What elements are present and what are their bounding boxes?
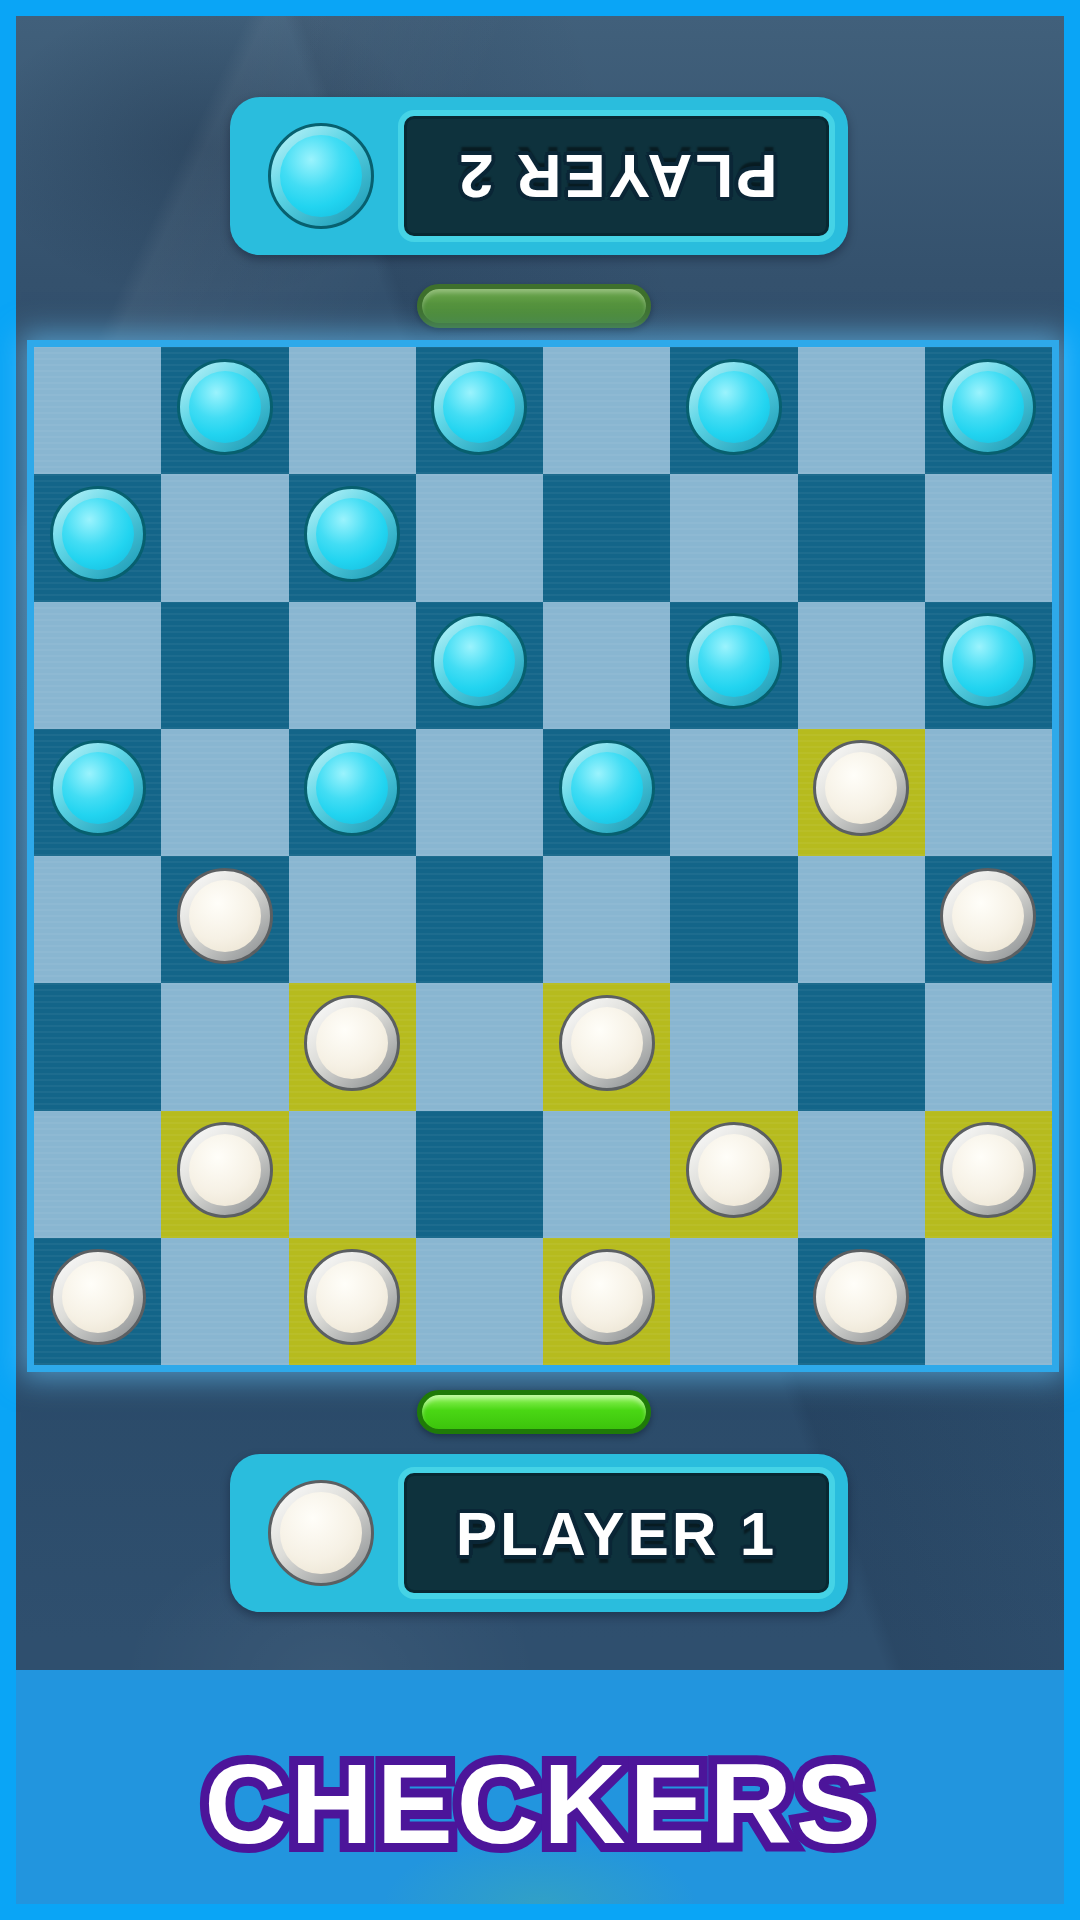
square-r7c2[interactable] bbox=[161, 1111, 288, 1238]
square-r3c1 bbox=[34, 602, 161, 729]
square-r7c5 bbox=[543, 1111, 670, 1238]
white-piece[interactable] bbox=[559, 995, 655, 1091]
square-r8c6 bbox=[670, 1238, 797, 1365]
player1-turn-bar bbox=[417, 1390, 651, 1434]
square-r8c4 bbox=[416, 1238, 543, 1365]
square-r8c2 bbox=[161, 1238, 288, 1365]
white-piece[interactable] bbox=[177, 1122, 273, 1218]
white-piece[interactable] bbox=[940, 868, 1036, 964]
cyan-piece[interactable] bbox=[431, 613, 527, 709]
player2-name-panel: PLAYER 2 bbox=[398, 110, 835, 242]
cyan-checker-icon bbox=[268, 123, 374, 229]
square-r8c8 bbox=[925, 1238, 1052, 1365]
player2-name: PLAYER 2 bbox=[456, 141, 778, 212]
player1-name: PLAYER 1 bbox=[456, 1498, 778, 1569]
square-r4c4 bbox=[416, 729, 543, 856]
square-r5c4[interactable] bbox=[416, 856, 543, 983]
game-title-text: CHECKERS bbox=[16, 1734, 1064, 1874]
square-r1c8[interactable] bbox=[925, 347, 1052, 474]
square-r1c6[interactable] bbox=[670, 347, 797, 474]
square-r3c8[interactable] bbox=[925, 602, 1052, 729]
cyan-piece[interactable] bbox=[177, 359, 273, 455]
square-r6c6 bbox=[670, 983, 797, 1110]
square-r6c5[interactable] bbox=[543, 983, 670, 1110]
square-r4c6 bbox=[670, 729, 797, 856]
square-r5c2[interactable] bbox=[161, 856, 288, 983]
cyan-piece[interactable] bbox=[304, 486, 400, 582]
square-r7c1 bbox=[34, 1111, 161, 1238]
white-checker-icon bbox=[268, 1480, 374, 1586]
square-r6c2 bbox=[161, 983, 288, 1110]
white-piece[interactable] bbox=[813, 740, 909, 836]
square-r6c1[interactable] bbox=[34, 983, 161, 1110]
cyan-piece[interactable] bbox=[940, 359, 1036, 455]
square-r7c8[interactable] bbox=[925, 1111, 1052, 1238]
square-r5c8[interactable] bbox=[925, 856, 1052, 983]
square-r5c1 bbox=[34, 856, 161, 983]
cyan-piece[interactable] bbox=[304, 740, 400, 836]
player1-checker-icon bbox=[268, 1480, 374, 1586]
square-r5c5 bbox=[543, 856, 670, 983]
app-screen: PLAYER 2 PLAYER 1 CHECKERS CHECKERS bbox=[0, 0, 1080, 1920]
square-r6c4 bbox=[416, 983, 543, 1110]
cyan-piece[interactable] bbox=[50, 740, 146, 836]
square-r1c1 bbox=[34, 347, 161, 474]
square-r4c3[interactable] bbox=[289, 729, 416, 856]
square-r7c4[interactable] bbox=[416, 1111, 543, 1238]
square-r3c6[interactable] bbox=[670, 602, 797, 729]
square-r4c8 bbox=[925, 729, 1052, 856]
square-r6c7[interactable] bbox=[798, 983, 925, 1110]
square-r4c2 bbox=[161, 729, 288, 856]
player2-banner: PLAYER 2 bbox=[230, 97, 848, 255]
white-piece[interactable] bbox=[304, 995, 400, 1091]
white-piece[interactable] bbox=[940, 1122, 1036, 1218]
square-r8c5[interactable] bbox=[543, 1238, 670, 1365]
square-r2c8 bbox=[925, 474, 1052, 601]
cyan-piece[interactable] bbox=[686, 359, 782, 455]
player2-turn-bar bbox=[417, 284, 651, 328]
square-r5c6[interactable] bbox=[670, 856, 797, 983]
player1-name-panel: PLAYER 1 bbox=[398, 1467, 835, 1599]
square-r4c7[interactable] bbox=[798, 729, 925, 856]
white-piece[interactable] bbox=[686, 1122, 782, 1218]
white-piece[interactable] bbox=[304, 1249, 400, 1345]
square-r3c5 bbox=[543, 602, 670, 729]
cyan-piece[interactable] bbox=[940, 613, 1036, 709]
square-r2c5[interactable] bbox=[543, 474, 670, 601]
square-r3c4[interactable] bbox=[416, 602, 543, 729]
square-r7c7 bbox=[798, 1111, 925, 1238]
square-r2c1[interactable] bbox=[34, 474, 161, 601]
square-r1c7 bbox=[798, 347, 925, 474]
white-piece[interactable] bbox=[813, 1249, 909, 1345]
player2-checker-icon bbox=[268, 123, 374, 229]
cyan-piece[interactable] bbox=[431, 359, 527, 455]
square-r4c5[interactable] bbox=[543, 729, 670, 856]
square-r5c3 bbox=[289, 856, 416, 983]
cyan-piece[interactable] bbox=[50, 486, 146, 582]
square-r7c3 bbox=[289, 1111, 416, 1238]
square-r1c5 bbox=[543, 347, 670, 474]
square-r3c7 bbox=[798, 602, 925, 729]
cyan-piece[interactable] bbox=[686, 613, 782, 709]
square-r2c3[interactable] bbox=[289, 474, 416, 601]
square-r1c2[interactable] bbox=[161, 347, 288, 474]
square-r4c1[interactable] bbox=[34, 729, 161, 856]
square-r8c7[interactable] bbox=[798, 1238, 925, 1365]
square-r3c3 bbox=[289, 602, 416, 729]
square-r8c1[interactable] bbox=[34, 1238, 161, 1365]
white-piece[interactable] bbox=[177, 868, 273, 964]
square-r6c8 bbox=[925, 983, 1052, 1110]
square-r2c6 bbox=[670, 474, 797, 601]
checkers-board bbox=[27, 340, 1059, 1372]
square-r1c4[interactable] bbox=[416, 347, 543, 474]
white-piece[interactable] bbox=[50, 1249, 146, 1345]
square-r2c7[interactable] bbox=[798, 474, 925, 601]
game-title: CHECKERS CHECKERS bbox=[16, 1734, 1064, 1874]
player1-banner: PLAYER 1 bbox=[230, 1454, 848, 1612]
square-r2c4 bbox=[416, 474, 543, 601]
square-r6c3[interactable] bbox=[289, 983, 416, 1110]
square-r3c2[interactable] bbox=[161, 602, 288, 729]
square-r7c6[interactable] bbox=[670, 1111, 797, 1238]
square-r5c7 bbox=[798, 856, 925, 983]
square-r8c3[interactable] bbox=[289, 1238, 416, 1365]
cyan-piece[interactable] bbox=[559, 740, 655, 836]
square-r1c3 bbox=[289, 347, 416, 474]
white-piece[interactable] bbox=[559, 1249, 655, 1345]
square-r2c2 bbox=[161, 474, 288, 601]
